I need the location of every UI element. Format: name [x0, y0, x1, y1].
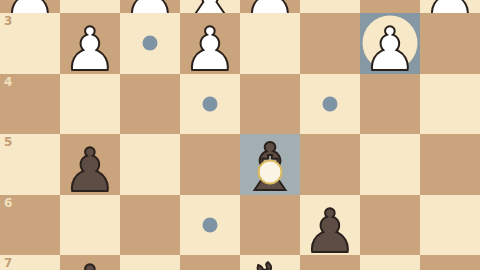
- legal-move-dot[interactable]: [323, 96, 338, 111]
- bishop-ball-ornament: [258, 160, 283, 185]
- square-f4[interactable]: [120, 74, 180, 135]
- square-a6[interactable]: [420, 195, 480, 256]
- square-b4[interactable]: [360, 74, 420, 135]
- square-b3[interactable]: ♟: [360, 13, 420, 74]
- square-d5[interactable]: ♝: [240, 134, 300, 195]
- square-h3[interactable]: 3: [0, 13, 60, 74]
- black-knight: ♞: [241, 255, 298, 270]
- square-c5[interactable]: [300, 134, 360, 195]
- square-d7[interactable]: ♞: [240, 255, 300, 270]
- black-pawn: ♟: [63, 140, 117, 194]
- rank-label-3: 3: [4, 15, 12, 27]
- square-h5[interactable]: 5: [0, 134, 60, 195]
- square-e5[interactable]: [180, 134, 240, 195]
- square-g7[interactable]: ♟: [60, 255, 120, 270]
- white-pawn: ♟: [363, 19, 417, 73]
- square-e7[interactable]: [180, 255, 240, 270]
- square-h4[interactable]: 4: [0, 74, 60, 135]
- square-f7[interactable]: [120, 255, 180, 270]
- white-pawn: ♟: [423, 0, 477, 13]
- square-c6[interactable]: ♟: [300, 195, 360, 256]
- square-g6[interactable]: [60, 195, 120, 256]
- chess-board: ♟♟♝♟♟3♟♟♟45♟♝6♟7♟♞: [0, 0, 480, 270]
- legal-move-dot[interactable]: [203, 96, 218, 111]
- square-d3[interactable]: [240, 13, 300, 74]
- rank-label-6: 6: [4, 197, 12, 209]
- square-c2[interactable]: [300, 0, 360, 13]
- white-pawn: ♟: [3, 0, 57, 13]
- square-h2[interactable]: ♟: [0, 0, 60, 13]
- square-g3[interactable]: ♟: [60, 13, 120, 74]
- square-c3[interactable]: [300, 13, 360, 74]
- square-b6[interactable]: [360, 195, 420, 256]
- square-g5[interactable]: ♟: [60, 134, 120, 195]
- square-b7[interactable]: [360, 255, 420, 270]
- square-e3[interactable]: ♟: [180, 13, 240, 74]
- square-f6[interactable]: [120, 195, 180, 256]
- square-a3[interactable]: [420, 13, 480, 74]
- square-f3[interactable]: [120, 13, 180, 74]
- square-g2[interactable]: [60, 0, 120, 13]
- black-pawn: ♟: [303, 201, 357, 255]
- square-a4[interactable]: [420, 74, 480, 135]
- square-e2[interactable]: ♝: [180, 0, 240, 13]
- square-a7[interactable]: [420, 255, 480, 270]
- rank-label-4: 4: [4, 76, 12, 88]
- white-pawn: ♟: [123, 0, 177, 13]
- square-d6[interactable]: [240, 195, 300, 256]
- rank-label-5: 5: [4, 136, 12, 148]
- square-d4[interactable]: [240, 74, 300, 135]
- legal-move-dot[interactable]: [203, 217, 218, 232]
- chess-app-viewport: ♟♟♝♟♟3♟♟♟45♟♝6♟7♟♞: [0, 0, 480, 270]
- white-pawn: ♟: [63, 19, 117, 73]
- square-b2[interactable]: [360, 0, 420, 13]
- square-b5[interactable]: [360, 134, 420, 195]
- square-f2[interactable]: ♟: [120, 0, 180, 13]
- square-c4[interactable]: [300, 74, 360, 135]
- white-pawn: ♟: [243, 0, 297, 13]
- square-a2[interactable]: ♟: [420, 0, 480, 13]
- square-c7[interactable]: [300, 255, 360, 270]
- white-bishop: ♝: [180, 0, 239, 13]
- square-e6[interactable]: [180, 195, 240, 256]
- square-h6[interactable]: 6: [0, 195, 60, 256]
- black-pawn: ♟: [63, 257, 117, 270]
- square-h7[interactable]: 7: [0, 255, 60, 270]
- legal-move-dot[interactable]: [143, 36, 158, 51]
- square-e4[interactable]: [180, 74, 240, 135]
- square-d2[interactable]: ♟: [240, 0, 300, 13]
- white-pawn: ♟: [183, 19, 237, 73]
- square-a5[interactable]: [420, 134, 480, 195]
- square-f5[interactable]: [120, 134, 180, 195]
- rank-label-7: 7: [4, 257, 12, 269]
- square-g4[interactable]: [60, 74, 120, 135]
